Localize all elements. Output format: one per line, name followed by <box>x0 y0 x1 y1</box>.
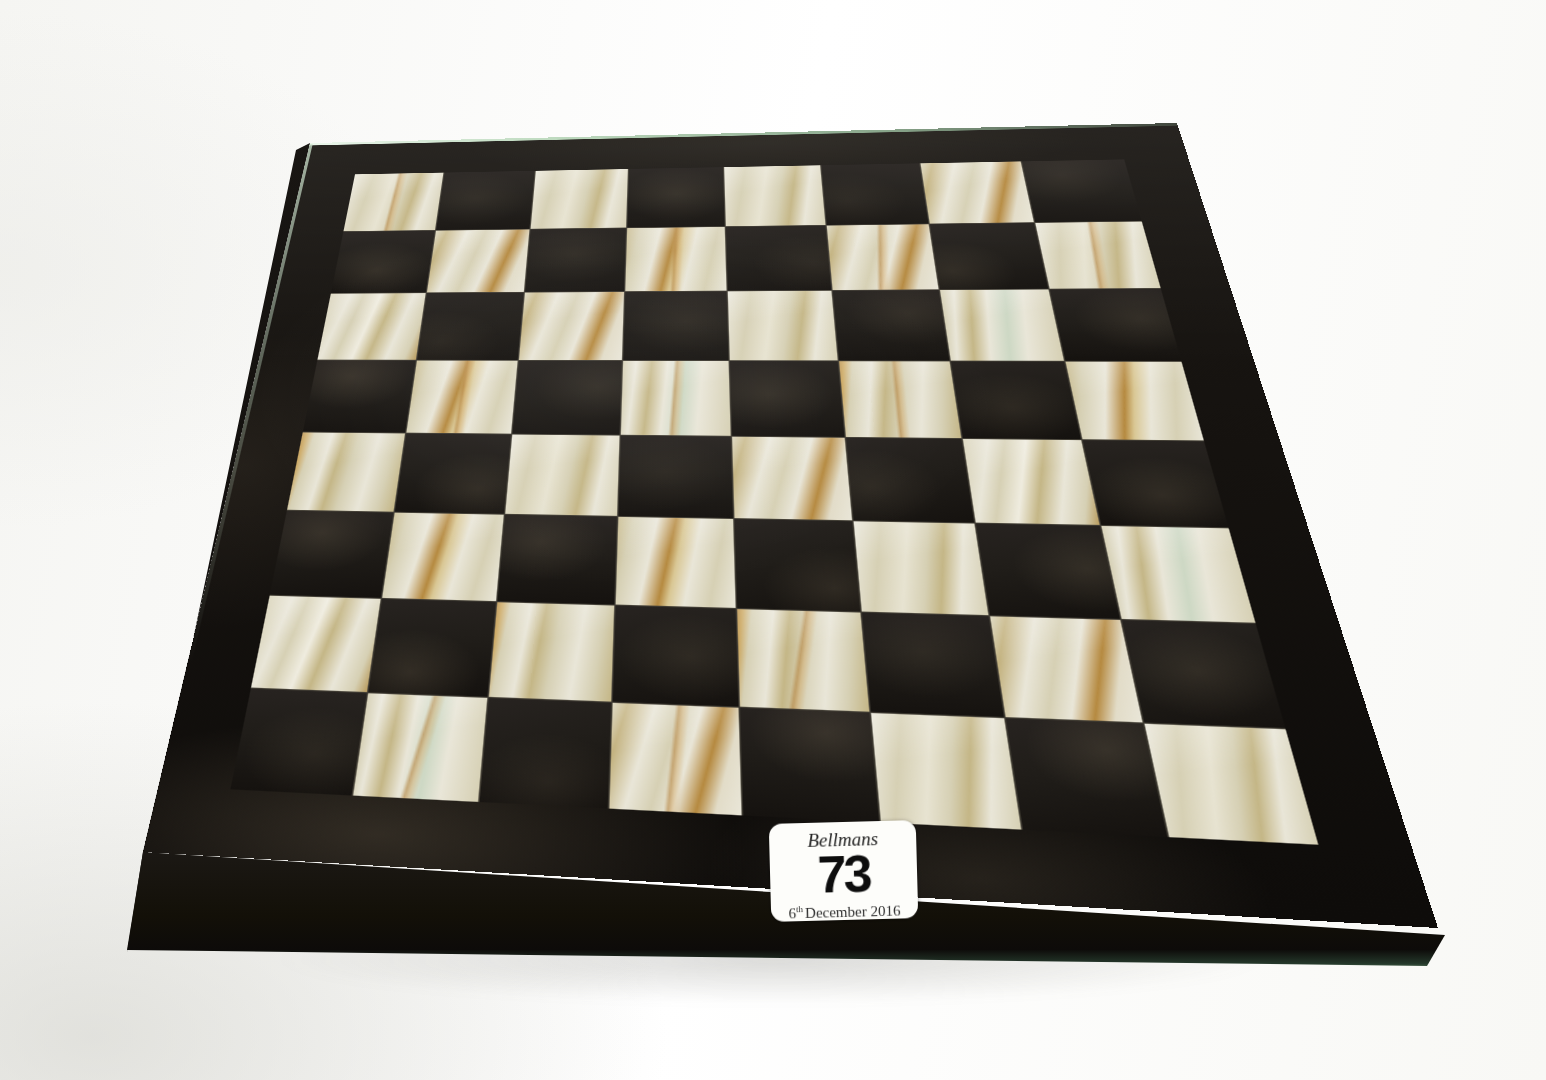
square-e4[interactable] <box>732 437 852 521</box>
square-c2[interactable] <box>489 602 614 701</box>
square-g2[interactable] <box>990 616 1142 722</box>
square-b5[interactable] <box>406 361 517 434</box>
square-b7[interactable] <box>427 229 530 292</box>
lot-date-monthyear: December 2016 <box>805 903 901 921</box>
square-c6[interactable] <box>519 292 624 360</box>
photo-background: Bellmans 73 6thDecember 2016 <box>0 0 1546 1080</box>
square-c1[interactable] <box>479 698 611 809</box>
square-c7[interactable] <box>525 228 626 292</box>
square-f1[interactable] <box>871 713 1021 830</box>
board-grid <box>230 159 1318 844</box>
square-f6[interactable] <box>833 290 950 360</box>
square-b6[interactable] <box>417 293 524 360</box>
square-g1[interactable] <box>1006 718 1168 837</box>
square-e6[interactable] <box>728 291 838 361</box>
square-c8[interactable] <box>531 169 628 229</box>
square-e7[interactable] <box>726 226 831 291</box>
square-e8[interactable] <box>724 165 825 226</box>
square-f8[interactable] <box>821 163 928 225</box>
square-h5[interactable] <box>1066 362 1204 441</box>
square-b3[interactable] <box>382 513 504 601</box>
square-a4[interactable] <box>287 432 405 511</box>
square-f5[interactable] <box>839 361 961 438</box>
square-b1[interactable] <box>353 693 487 802</box>
square-b4[interactable] <box>395 433 511 513</box>
square-h7[interactable] <box>1035 222 1160 289</box>
square-e1[interactable] <box>740 708 879 823</box>
square-c3[interactable] <box>497 515 617 605</box>
square-f3[interactable] <box>854 521 989 615</box>
square-e3[interactable] <box>734 519 860 611</box>
square-g8[interactable] <box>920 161 1033 223</box>
square-a5[interactable] <box>303 360 416 432</box>
square-d5[interactable] <box>621 361 731 436</box>
square-c5[interactable] <box>512 361 622 435</box>
chess-board <box>143 123 1438 928</box>
square-b2[interactable] <box>368 599 496 697</box>
square-d4[interactable] <box>618 436 733 518</box>
square-f2[interactable] <box>862 613 1004 717</box>
square-d7[interactable] <box>625 227 726 291</box>
square-e5[interactable] <box>730 361 845 437</box>
square-g7[interactable] <box>930 223 1048 289</box>
square-g5[interactable] <box>951 361 1081 439</box>
square-h4[interactable] <box>1083 440 1229 527</box>
board-top-edge-highlight <box>309 123 1177 145</box>
square-h8[interactable] <box>1022 159 1142 222</box>
square-d3[interactable] <box>616 517 736 608</box>
square-a3[interactable] <box>270 511 394 598</box>
square-d1[interactable] <box>609 703 741 816</box>
square-f7[interactable] <box>827 224 939 290</box>
square-c4[interactable] <box>505 435 619 516</box>
square-f4[interactable] <box>846 438 974 523</box>
square-d8[interactable] <box>627 167 725 227</box>
square-a7[interactable] <box>331 231 435 293</box>
square-a2[interactable] <box>251 596 381 692</box>
square-h2[interactable] <box>1122 620 1285 728</box>
square-g3[interactable] <box>976 524 1120 619</box>
square-g6[interactable] <box>940 289 1064 360</box>
square-g4[interactable] <box>963 439 1100 525</box>
square-h6[interactable] <box>1050 289 1182 361</box>
square-h1[interactable] <box>1144 724 1318 845</box>
square-e2[interactable] <box>737 609 869 712</box>
square-d2[interactable] <box>613 606 739 707</box>
lot-date-ordinal: th <box>796 904 803 914</box>
square-a8[interactable] <box>343 173 443 232</box>
lot-date: 6thDecember 2016 <box>771 898 918 922</box>
lot-number: 73 <box>769 848 917 900</box>
auction-lot-label: Bellmans 73 6thDecember 2016 <box>769 820 919 922</box>
square-a6[interactable] <box>317 293 425 360</box>
square-b8[interactable] <box>436 171 535 230</box>
square-a1[interactable] <box>230 689 366 796</box>
square-d6[interactable] <box>623 291 728 360</box>
square-h3[interactable] <box>1101 526 1255 623</box>
